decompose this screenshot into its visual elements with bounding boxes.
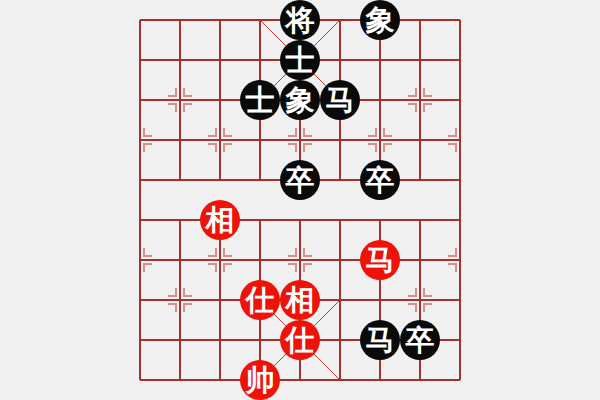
piece-black-elephant[interactable]: 象 <box>360 0 400 40</box>
piece-red-advisor[interactable]: 仕 <box>280 320 320 360</box>
piece-red-horse[interactable]: 马 <box>360 240 400 280</box>
piece-black-horse[interactable]: 马 <box>320 80 360 120</box>
piece-black-soldier[interactable]: 卒 <box>400 320 440 360</box>
piece-black-soldier[interactable]: 卒 <box>360 160 400 200</box>
piece-red-elephant[interactable]: 相 <box>280 280 320 320</box>
piece-red-advisor[interactable]: 仕 <box>240 280 280 320</box>
piece-red-general[interactable]: 帅 <box>240 360 280 400</box>
piece-grid[interactable]: 将象士士象马卒卒相马仕相仕马卒帅 <box>120 0 480 400</box>
xiangqi-board: 将象士士象马卒卒相马仕相仕马卒帅 <box>0 0 600 400</box>
piece-red-elephant[interactable]: 相 <box>200 200 240 240</box>
piece-black-horse[interactable]: 马 <box>360 320 400 360</box>
piece-black-advisor[interactable]: 士 <box>240 80 280 120</box>
piece-black-general[interactable]: 将 <box>280 0 320 40</box>
piece-black-advisor[interactable]: 士 <box>280 40 320 80</box>
piece-black-soldier[interactable]: 卒 <box>280 160 320 200</box>
piece-black-elephant[interactable]: 象 <box>280 80 320 120</box>
